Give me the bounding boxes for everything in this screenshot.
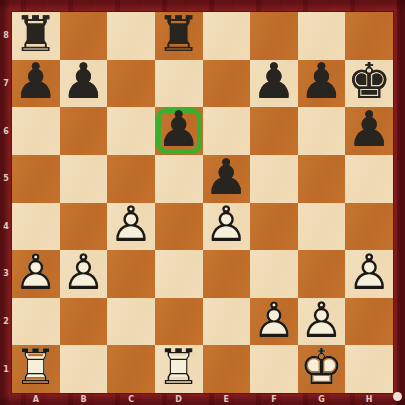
square-h2[interactable] — [345, 298, 393, 346]
square-e4[interactable]: ♟♙ — [203, 203, 251, 251]
square-e1[interactable] — [203, 345, 251, 393]
piece-bp-h6[interactable]: ♟♙ — [345, 107, 393, 155]
rank-label-3: 3 — [0, 250, 12, 298]
square-a1[interactable]: ♜♖ — [12, 345, 60, 393]
file-label-c: C — [107, 393, 155, 405]
piece-wr-d1[interactable]: ♜♖ — [155, 345, 203, 393]
square-f6[interactable] — [250, 107, 298, 155]
square-d1[interactable]: ♜♖ — [155, 345, 203, 393]
rank-label-5: 5 — [0, 155, 12, 203]
square-b5[interactable] — [60, 155, 108, 203]
square-d3[interactable] — [155, 250, 203, 298]
square-g4[interactable] — [298, 203, 346, 251]
square-d6[interactable]: ♟♙ — [155, 107, 203, 155]
piece-bp-f7[interactable]: ♟♙ — [250, 60, 298, 108]
square-d5[interactable] — [155, 155, 203, 203]
square-e2[interactable] — [203, 298, 251, 346]
square-d8[interactable]: ♜♖ — [155, 12, 203, 60]
square-c8[interactable] — [107, 12, 155, 60]
rank-label-7: 7 — [0, 60, 12, 108]
square-h3[interactable]: ♟♙ — [345, 250, 393, 298]
square-c6[interactable] — [107, 107, 155, 155]
square-b2[interactable] — [60, 298, 108, 346]
piece-br-d8[interactable]: ♜♖ — [155, 12, 203, 60]
piece-wp-h3[interactable]: ♟♙ — [345, 250, 393, 298]
rank-label-2: 2 — [0, 298, 12, 346]
square-c7[interactable] — [107, 60, 155, 108]
square-a5[interactable] — [12, 155, 60, 203]
square-a3[interactable]: ♟♙ — [12, 250, 60, 298]
square-b7[interactable]: ♟♙ — [60, 60, 108, 108]
square-c1[interactable] — [107, 345, 155, 393]
square-a6[interactable] — [12, 107, 60, 155]
square-e3[interactable] — [203, 250, 251, 298]
square-b6[interactable] — [60, 107, 108, 155]
piece-wp-f2[interactable]: ♟♙ — [250, 298, 298, 346]
square-e7[interactable] — [203, 60, 251, 108]
square-g7[interactable]: ♟♙ — [298, 60, 346, 108]
square-f5[interactable] — [250, 155, 298, 203]
file-label-h: H — [345, 393, 393, 405]
square-f1[interactable] — [250, 345, 298, 393]
square-b3[interactable]: ♟♙ — [60, 250, 108, 298]
piece-wp-a3[interactable]: ♟♙ — [12, 250, 60, 298]
piece-bp-b7[interactable]: ♟♙ — [60, 60, 108, 108]
chess-board-frame: ♜♖♜♖♟♙♟♙♟♙♟♙♚♔♟♙♟♙♟♙♟♙♟♙♟♙♟♙♟♙♟♙♟♙♜♖♜♖♚♔… — [0, 0, 405, 405]
square-g5[interactable] — [298, 155, 346, 203]
side-to-move-indicator — [393, 392, 402, 401]
piece-wr-a1[interactable]: ♜♖ — [12, 345, 60, 393]
rank-label-6: 6 — [0, 107, 12, 155]
square-h6[interactable]: ♟♙ — [345, 107, 393, 155]
piece-wp-b3[interactable]: ♟♙ — [60, 250, 108, 298]
square-f2[interactable]: ♟♙ — [250, 298, 298, 346]
file-label-b: B — [60, 393, 108, 405]
piece-wk-g1[interactable]: ♚♔ — [298, 345, 346, 393]
square-f4[interactable] — [250, 203, 298, 251]
square-f7[interactable]: ♟♙ — [250, 60, 298, 108]
square-d4[interactable] — [155, 203, 203, 251]
square-c4[interactable]: ♟♙ — [107, 203, 155, 251]
square-b1[interactable] — [60, 345, 108, 393]
rank-label-4: 4 — [0, 203, 12, 251]
piece-bp-g7[interactable]: ♟♙ — [298, 60, 346, 108]
file-label-e: E — [203, 393, 251, 405]
square-c3[interactable] — [107, 250, 155, 298]
square-h1[interactable] — [345, 345, 393, 393]
piece-bp-a7[interactable]: ♟♙ — [12, 60, 60, 108]
piece-wp-e4[interactable]: ♟♙ — [203, 203, 251, 251]
square-h5[interactable] — [345, 155, 393, 203]
square-g1[interactable]: ♚♔ — [298, 345, 346, 393]
piece-wp-c4[interactable]: ♟♙ — [107, 203, 155, 251]
file-label-f: F — [250, 393, 298, 405]
square-g6[interactable] — [298, 107, 346, 155]
piece-bp-d6[interactable]: ♟♙ — [155, 107, 203, 155]
square-c2[interactable] — [107, 298, 155, 346]
square-e8[interactable] — [203, 12, 251, 60]
square-a7[interactable]: ♟♙ — [12, 60, 60, 108]
rank-label-8: 8 — [0, 12, 12, 60]
rank-label-1: 1 — [0, 345, 12, 393]
chess-board: ♜♖♜♖♟♙♟♙♟♙♟♙♚♔♟♙♟♙♟♙♟♙♟♙♟♙♟♙♟♙♟♙♟♙♜♖♜♖♚♔ — [12, 12, 393, 393]
